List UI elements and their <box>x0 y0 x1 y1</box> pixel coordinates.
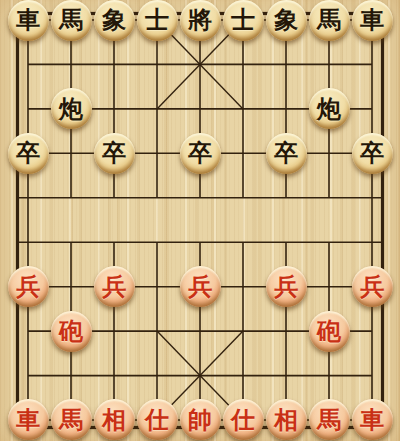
intersection-e3[interactable]: 卒 <box>179 131 222 175</box>
intersection-i0[interactable]: 車 <box>351 0 394 42</box>
intersection-c6[interactable]: 兵 <box>93 264 136 308</box>
intersection-f8[interactable] <box>222 353 265 397</box>
intersection-a4[interactable] <box>7 176 50 220</box>
intersection-e8[interactable] <box>179 353 222 397</box>
red-soldier-piece[interactable]: 兵 <box>8 266 49 307</box>
intersection-f0[interactable]: 士 <box>222 0 265 42</box>
black-general-piece[interactable]: 將 <box>180 0 221 41</box>
intersection-c3[interactable]: 卒 <box>93 131 136 175</box>
intersection-h8[interactable] <box>308 353 351 397</box>
xiangqi-board: 車馬象士將士象馬車炮炮卒卒卒卒卒兵兵兵兵兵砲砲車馬相仕帥仕相馬車 <box>0 0 400 441</box>
intersection-d1[interactable] <box>136 42 179 86</box>
intersection-a5[interactable] <box>7 220 50 264</box>
intersection-h5[interactable] <box>308 220 351 264</box>
intersection-h9[interactable]: 馬 <box>308 398 351 441</box>
intersection-b3[interactable] <box>50 131 93 175</box>
intersection-b4[interactable] <box>50 176 93 220</box>
intersection-i2[interactable] <box>351 87 394 131</box>
intersection-f3[interactable] <box>222 131 265 175</box>
intersection-e1[interactable] <box>179 42 222 86</box>
intersection-i8[interactable] <box>351 353 394 397</box>
intersection-f4[interactable] <box>222 176 265 220</box>
red-elephant-piece[interactable]: 相 <box>266 399 307 440</box>
intersection-g1[interactable] <box>265 42 308 86</box>
intersection-a7[interactable] <box>7 309 50 353</box>
black-advisor-piece[interactable]: 士 <box>223 0 264 41</box>
intersection-f2[interactable] <box>222 87 265 131</box>
intersection-c9[interactable]: 相 <box>93 398 136 441</box>
intersection-e7[interactable] <box>179 309 222 353</box>
intersection-d8[interactable] <box>136 353 179 397</box>
red-cannon-piece[interactable]: 砲 <box>51 311 92 352</box>
intersection-b7[interactable]: 砲 <box>50 309 93 353</box>
intersection-g7[interactable] <box>265 309 308 353</box>
intersection-e4[interactable] <box>179 176 222 220</box>
intersection-e9[interactable]: 帥 <box>179 398 222 441</box>
black-chariot-piece[interactable]: 車 <box>8 0 49 41</box>
intersection-b2[interactable]: 炮 <box>50 87 93 131</box>
intersection-f7[interactable] <box>222 309 265 353</box>
intersection-c7[interactable] <box>93 309 136 353</box>
intersection-i6[interactable]: 兵 <box>351 264 394 308</box>
intersection-f9[interactable]: 仕 <box>222 398 265 441</box>
intersection-h7[interactable]: 砲 <box>308 309 351 353</box>
intersection-b1[interactable] <box>50 42 93 86</box>
intersection-e2[interactable] <box>179 87 222 131</box>
black-cannon-piece[interactable]: 炮 <box>51 88 92 129</box>
black-soldier-piece[interactable]: 卒 <box>352 133 393 174</box>
intersection-f5[interactable] <box>222 220 265 264</box>
intersection-h3[interactable] <box>308 131 351 175</box>
intersection-h2[interactable]: 炮 <box>308 87 351 131</box>
intersection-f1[interactable] <box>222 42 265 86</box>
intersection-i3[interactable]: 卒 <box>351 131 394 175</box>
intersection-e0[interactable]: 將 <box>179 0 222 42</box>
intersection-b8[interactable] <box>50 353 93 397</box>
red-elephant-piece[interactable]: 相 <box>94 399 135 440</box>
red-horse-piece[interactable]: 馬 <box>51 399 92 440</box>
intersection-i5[interactable] <box>351 220 394 264</box>
black-elephant-piece[interactable]: 象 <box>266 0 307 41</box>
intersection-a0[interactable]: 車 <box>7 0 50 42</box>
black-cannon-piece[interactable]: 炮 <box>309 88 350 129</box>
black-horse-piece[interactable]: 馬 <box>51 0 92 41</box>
black-horse-piece[interactable]: 馬 <box>309 0 350 41</box>
intersection-a9[interactable]: 車 <box>7 398 50 441</box>
intersection-b5[interactable] <box>50 220 93 264</box>
intersection-a6[interactable]: 兵 <box>7 264 50 308</box>
red-soldier-piece[interactable]: 兵 <box>352 266 393 307</box>
intersection-i4[interactable] <box>351 176 394 220</box>
intersection-c0[interactable]: 象 <box>93 0 136 42</box>
red-cannon-piece[interactable]: 砲 <box>309 311 350 352</box>
red-chariot-piece[interactable]: 車 <box>352 399 393 440</box>
intersection-h0[interactable]: 馬 <box>308 0 351 42</box>
intersection-c1[interactable] <box>93 42 136 86</box>
intersection-g0[interactable]: 象 <box>265 0 308 42</box>
red-soldier-piece[interactable]: 兵 <box>94 266 135 307</box>
pieces-grid: 車馬象士將士象馬車炮炮卒卒卒卒卒兵兵兵兵兵砲砲車馬相仕帥仕相馬車 <box>7 0 394 441</box>
intersection-c5[interactable] <box>93 220 136 264</box>
intersection-g8[interactable] <box>265 353 308 397</box>
black-elephant-piece[interactable]: 象 <box>94 0 135 41</box>
intersection-d7[interactable] <box>136 309 179 353</box>
intersection-a1[interactable] <box>7 42 50 86</box>
intersection-h1[interactable] <box>308 42 351 86</box>
intersection-e5[interactable] <box>179 220 222 264</box>
intersection-g6[interactable]: 兵 <box>265 264 308 308</box>
intersection-b0[interactable]: 馬 <box>50 0 93 42</box>
intersection-f6[interactable] <box>222 264 265 308</box>
intersection-d9[interactable]: 仕 <box>136 398 179 441</box>
intersection-c2[interactable] <box>93 87 136 131</box>
intersection-i7[interactable] <box>351 309 394 353</box>
intersection-a3[interactable]: 卒 <box>7 131 50 175</box>
black-soldier-piece[interactable]: 卒 <box>180 133 221 174</box>
intersection-b9[interactable]: 馬 <box>50 398 93 441</box>
red-advisor-piece[interactable]: 仕 <box>223 399 264 440</box>
intersection-e6[interactable]: 兵 <box>179 264 222 308</box>
intersection-d0[interactable]: 士 <box>136 0 179 42</box>
intersection-d3[interactable] <box>136 131 179 175</box>
intersection-g5[interactable] <box>265 220 308 264</box>
black-soldier-piece[interactable]: 卒 <box>266 133 307 174</box>
intersection-d4[interactable] <box>136 176 179 220</box>
intersection-g3[interactable]: 卒 <box>265 131 308 175</box>
intersection-i9[interactable]: 車 <box>351 398 394 441</box>
red-soldier-piece[interactable]: 兵 <box>266 266 307 307</box>
red-soldier-piece[interactable]: 兵 <box>180 266 221 307</box>
intersection-g9[interactable]: 相 <box>265 398 308 441</box>
red-general-piece[interactable]: 帥 <box>180 399 221 440</box>
black-soldier-piece[interactable]: 卒 <box>94 133 135 174</box>
intersection-c4[interactable] <box>93 176 136 220</box>
intersection-g4[interactable] <box>265 176 308 220</box>
intersection-a2[interactable] <box>7 87 50 131</box>
intersection-c8[interactable] <box>93 353 136 397</box>
intersection-a8[interactable] <box>7 353 50 397</box>
red-chariot-piece[interactable]: 車 <box>8 399 49 440</box>
intersection-i1[interactable] <box>351 42 394 86</box>
red-horse-piece[interactable]: 馬 <box>309 399 350 440</box>
intersection-b6[interactable] <box>50 264 93 308</box>
intersection-d5[interactable] <box>136 220 179 264</box>
black-soldier-piece[interactable]: 卒 <box>8 133 49 174</box>
intersection-h4[interactable] <box>308 176 351 220</box>
intersection-d2[interactable] <box>136 87 179 131</box>
red-advisor-piece[interactable]: 仕 <box>137 399 178 440</box>
intersection-g2[interactable] <box>265 87 308 131</box>
black-chariot-piece[interactable]: 車 <box>352 0 393 41</box>
intersection-d6[interactable] <box>136 264 179 308</box>
intersection-h6[interactable] <box>308 264 351 308</box>
black-advisor-piece[interactable]: 士 <box>137 0 178 41</box>
